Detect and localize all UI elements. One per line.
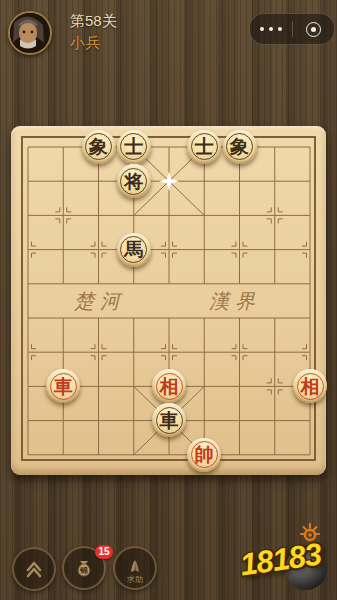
hint-bag-button[interactable]: 锦 15 xyxy=(62,546,106,590)
xiangqi-app: 第58关 小兵 楚河漢界 象士士象将馬車相相車帥 锦 15 xyxy=(0,0,337,600)
watermark-18183: 18183 xyxy=(211,522,331,592)
player-avatar xyxy=(8,11,52,55)
more-button[interactable] xyxy=(250,14,292,44)
piece-ring xyxy=(156,407,183,434)
xiangqi-board[interactable]: 象士士象将馬車相相車帥 xyxy=(10,130,327,472)
piece-red-相[interactable]: 相 xyxy=(293,369,327,403)
piece-black-将[interactable]: 将 xyxy=(117,164,151,198)
collapse-button[interactable] xyxy=(12,547,56,591)
piece-red-車[interactable]: 車 xyxy=(46,369,80,403)
close-button[interactable] xyxy=(293,14,335,44)
chevrons-up-icon xyxy=(23,558,45,580)
level-subtitle: 小兵 xyxy=(70,34,100,53)
bag-label: 锦 xyxy=(79,566,88,575)
avatar-face-icon xyxy=(10,13,46,49)
piece-ring xyxy=(297,373,324,400)
piece-ring xyxy=(50,373,77,400)
more-icon xyxy=(260,27,264,31)
piece-black-車[interactable]: 車 xyxy=(152,403,186,437)
piece-black-象[interactable]: 象 xyxy=(82,130,116,164)
miniprogram-capsule xyxy=(249,13,335,45)
piece-black-象[interactable]: 象 xyxy=(223,130,257,164)
piece-red-相[interactable]: 相 xyxy=(152,369,186,403)
help-label: 求助 xyxy=(115,574,155,585)
piece-ring xyxy=(120,168,147,195)
piece-red-帥[interactable]: 帥 xyxy=(187,438,221,472)
level-title: 第58关 xyxy=(70,12,117,31)
hint-count-badge: 15 xyxy=(95,545,113,559)
ask-help-button[interactable]: 求助 xyxy=(113,546,157,590)
piece-black-士[interactable]: 士 xyxy=(117,130,151,164)
piece-ring xyxy=(191,441,218,468)
circle-dot-icon xyxy=(306,22,321,37)
sparkle-effect xyxy=(159,171,179,191)
piece-black-士[interactable]: 士 xyxy=(187,130,221,164)
money-bag-icon: 锦 xyxy=(72,556,96,580)
piece-black-馬[interactable]: 馬 xyxy=(117,233,151,267)
piece-ring xyxy=(156,373,183,400)
